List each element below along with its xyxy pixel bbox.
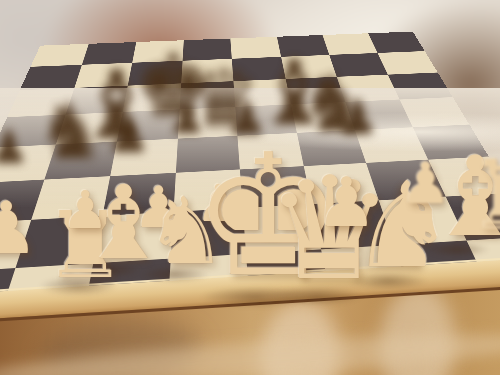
board-square xyxy=(377,51,438,75)
board-square xyxy=(399,97,469,127)
white-rook[interactable]: ♜ xyxy=(468,148,500,244)
white-pawn[interactable]: ♟ xyxy=(0,192,39,264)
board-square xyxy=(368,32,425,53)
chess-photo-scene: ♟ ♞ ♝ ♟ ♚ ♟ ♛ ♟ ♝ ♞ ♟ ♟ ♜ ♟ ♝ ♟ ♞ ♟ ♚ ♛ … xyxy=(0,0,500,375)
black-pawn[interactable]: ♟ xyxy=(0,124,29,170)
board-square xyxy=(388,73,453,100)
